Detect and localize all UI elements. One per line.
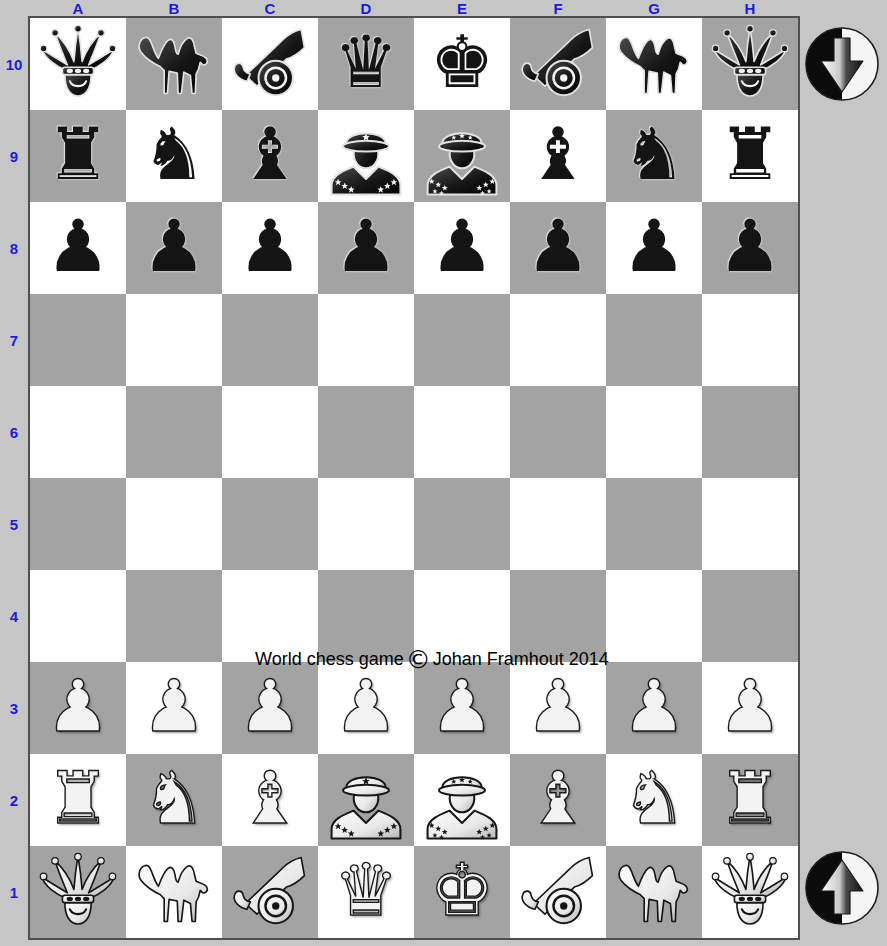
white-bishop: ♝ [526,762,591,834]
white-officer [324,759,408,841]
board: ♛♚♜♞♝♝♞♜♟♟♟♟♟♟♟♟♟♟♟♟♟♟♟♟♜♞♝♝♞♜♛♚ [28,16,800,940]
square-g3[interactable]: ♟ [606,662,702,754]
square-h7[interactable] [702,294,798,386]
square-b10[interactable] [126,18,222,110]
square-d2[interactable] [318,754,414,846]
black-cannon [228,23,312,105]
square-h6[interactable] [702,386,798,478]
square-h2[interactable]: ♜ [702,754,798,846]
square-h3[interactable]: ♟ [702,662,798,754]
square-a10[interactable] [30,18,126,110]
square-e10[interactable]: ♚ [414,18,510,110]
white-jester [708,851,792,933]
square-b6[interactable] [126,386,222,478]
black-pawn: ♟ [238,210,303,282]
square-c10[interactable] [222,18,318,110]
black-pawn: ♟ [526,210,591,282]
square-c7[interactable] [222,294,318,386]
white-pawn: ♟ [238,670,303,742]
square-b9[interactable]: ♞ [126,110,222,202]
square-d7[interactable] [318,294,414,386]
white-queen: ♛ [334,854,399,926]
rank-label-8: 8 [0,202,28,294]
square-f6[interactable] [510,386,606,478]
black-queen: ♛ [334,26,399,98]
square-c3[interactable]: ♟ [222,662,318,754]
square-h4[interactable] [702,570,798,662]
black-rook: ♜ [46,118,111,190]
square-d8[interactable]: ♟ [318,202,414,294]
square-b2[interactable]: ♞ [126,754,222,846]
square-d5[interactable] [318,478,414,570]
white-cannon [516,851,600,933]
square-e6[interactable] [414,386,510,478]
white-bishop: ♝ [238,762,303,834]
white-pawn: ♟ [334,670,399,742]
black-cannon [516,23,600,105]
rank-label-4: 4 [0,570,28,662]
square-a9[interactable]: ♜ [30,110,126,202]
square-e8[interactable]: ♟ [414,202,510,294]
square-h9[interactable]: ♜ [702,110,798,202]
square-c1[interactable] [222,846,318,938]
square-d9[interactable] [318,110,414,202]
rank-label-7: 7 [0,294,28,386]
black-pawn: ♟ [718,210,783,282]
square-b4[interactable] [126,570,222,662]
white-knight: ♞ [622,762,687,834]
square-g4[interactable] [606,570,702,662]
rank-labels: 10987654321 [0,18,28,938]
square-f1[interactable] [510,846,606,938]
square-g1[interactable] [606,846,702,938]
black-officer [324,115,408,197]
white-rook: ♜ [46,762,111,834]
black-bishop: ♝ [238,118,303,190]
square-b3[interactable]: ♟ [126,662,222,754]
rank-label-9: 9 [0,110,28,202]
square-g8[interactable]: ♟ [606,202,702,294]
square-f9[interactable]: ♝ [510,110,606,202]
square-d10[interactable]: ♛ [318,18,414,110]
white-rook: ♜ [718,762,783,834]
square-a7[interactable] [30,294,126,386]
white-general [420,759,504,841]
square-a4[interactable] [30,570,126,662]
rank-label-10: 10 [0,18,28,110]
square-g5[interactable] [606,478,702,570]
square-a3[interactable]: ♟ [30,662,126,754]
square-f8[interactable]: ♟ [510,202,606,294]
down-arrow-icon [805,27,879,101]
square-b5[interactable] [126,478,222,570]
square-f3[interactable]: ♟ [510,662,606,754]
square-f7[interactable] [510,294,606,386]
square-h5[interactable] [702,478,798,570]
white-pawn: ♟ [526,670,591,742]
square-h10[interactable] [702,18,798,110]
square-b1[interactable] [126,846,222,938]
square-e1[interactable]: ♚ [414,846,510,938]
black-general [420,115,504,197]
square-c9[interactable]: ♝ [222,110,318,202]
black-jester [708,23,792,105]
square-f10[interactable] [510,18,606,110]
white-pawn: ♟ [622,670,687,742]
square-a2[interactable]: ♜ [30,754,126,846]
square-f2[interactable]: ♝ [510,754,606,846]
white-king: ♚ [430,854,495,926]
square-f5[interactable] [510,478,606,570]
rank-label-2: 2 [0,754,28,846]
scroll-down-button[interactable] [805,27,879,101]
square-a8[interactable]: ♟ [30,202,126,294]
square-g2[interactable]: ♞ [606,754,702,846]
black-pawn: ♟ [430,210,495,282]
black-knight: ♞ [622,118,687,190]
square-e7[interactable] [414,294,510,386]
square-g6[interactable] [606,386,702,478]
square-d1[interactable]: ♛ [318,846,414,938]
white-cannon [228,851,312,933]
white-knight: ♞ [142,762,207,834]
square-g7[interactable] [606,294,702,386]
square-d6[interactable] [318,386,414,478]
square-c5[interactable] [222,478,318,570]
black-rook: ♜ [718,118,783,190]
white-jester [36,851,120,933]
square-e3[interactable]: ♟ [414,662,510,754]
black-pawn: ♟ [46,210,111,282]
white-camel [132,851,216,933]
square-g9[interactable]: ♞ [606,110,702,202]
square-c8[interactable]: ♟ [222,202,318,294]
rank-label-6: 6 [0,386,28,478]
black-pawn: ♟ [142,210,207,282]
white-pawn: ♟ [430,670,495,742]
white-pawn: ♟ [46,670,111,742]
rank-label-3: 3 [0,662,28,754]
rank-label-5: 5 [0,478,28,570]
caption-title: World chess game [255,649,404,669]
rank-label-1: 1 [0,846,28,938]
square-e5[interactable] [414,478,510,570]
scroll-up-button[interactable] [805,851,879,925]
caption-credit: Johan Framhout 2014 [433,649,609,669]
square-h8[interactable]: ♟ [702,202,798,294]
square-e9[interactable] [414,110,510,202]
up-arrow-icon [805,851,879,925]
square-e2[interactable] [414,754,510,846]
black-pawn: ♟ [622,210,687,282]
black-king: ♚ [430,26,495,98]
square-c6[interactable] [222,386,318,478]
caption: World chess game©Johan Framhout 2014 [255,645,609,674]
square-d3[interactable]: ♟ [318,662,414,754]
copyright-icon: © [406,645,431,674]
white-pawn: ♟ [142,670,207,742]
square-a5[interactable] [30,478,126,570]
square-c2[interactable]: ♝ [222,754,318,846]
black-jester [36,23,120,105]
black-camel [612,23,696,105]
black-pawn: ♟ [334,210,399,282]
white-pawn: ♟ [718,670,783,742]
square-g10[interactable] [606,18,702,110]
black-bishop: ♝ [526,118,591,190]
square-b7[interactable] [126,294,222,386]
white-camel [612,851,696,933]
square-a6[interactable] [30,386,126,478]
square-a1[interactable] [30,846,126,938]
square-h1[interactable] [702,846,798,938]
black-knight: ♞ [142,118,207,190]
square-b8[interactable]: ♟ [126,202,222,294]
black-camel [132,23,216,105]
